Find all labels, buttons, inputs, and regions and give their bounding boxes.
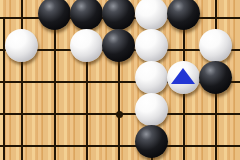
white-stone [199,29,232,62]
black-stone [38,0,71,30]
white-stone [5,29,38,62]
black-stone [135,125,168,158]
white-stone [70,29,103,62]
white-stone [135,0,168,30]
triangle-marker [171,68,195,84]
black-stone [102,29,135,62]
black-stone [167,0,200,30]
go-board[interactable] [0,0,240,160]
board-left-edge-line [3,17,5,160]
white-stone [135,29,168,62]
black-stone [199,61,232,94]
grid-line-vertical-1 [21,0,23,160]
black-stone [102,0,135,30]
white-stone [135,61,168,94]
star-point [116,111,123,118]
grid-line-horizontal-5 [0,145,240,147]
black-stone [70,0,103,30]
white-stone [135,93,168,126]
